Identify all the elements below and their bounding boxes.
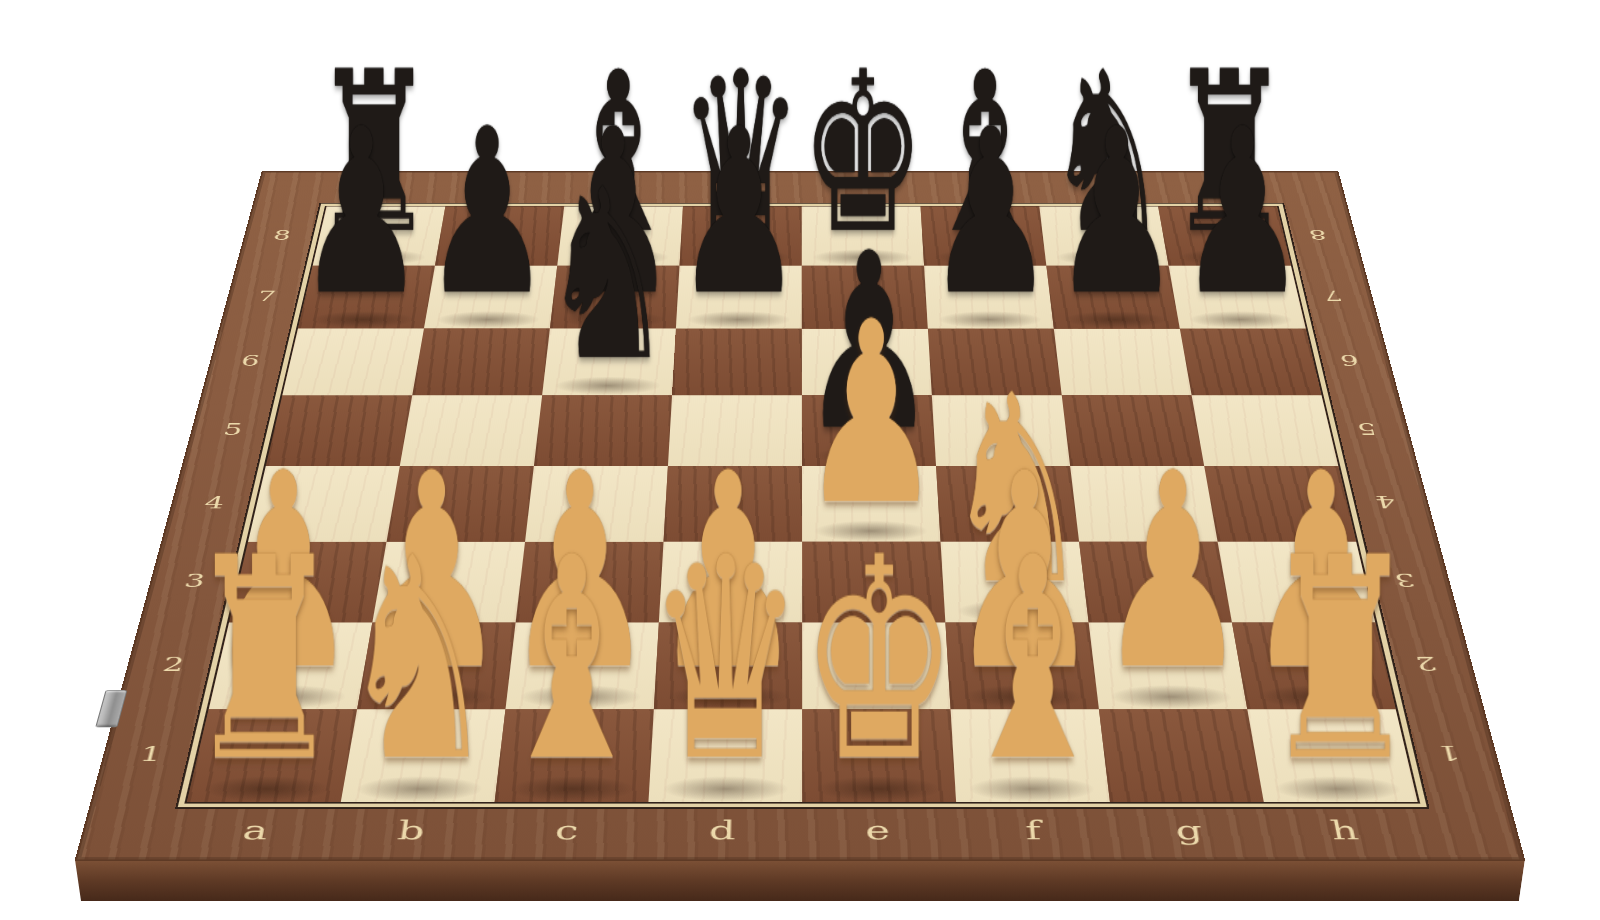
file-label-g: g [1107, 800, 1271, 859]
square-d1: ♛ [648, 709, 802, 802]
square-h6 [1180, 328, 1322, 395]
rank-label-right-7: 7 [1289, 264, 1379, 327]
square-g2: ♟ [1089, 622, 1248, 709]
piece-black-pawn-a7: ♟ [297, 98, 426, 326]
rank-label-right-8: 8 [1275, 205, 1362, 264]
piece-black-knight-c6: ♞ [541, 158, 674, 393]
square-c6: ♞ [542, 328, 676, 395]
square-a1: ♜ [187, 709, 357, 802]
board-front-edge [75, 859, 1525, 901]
piece-white-pawn-g2: ♟ [1097, 438, 1249, 707]
file-label-b: b [328, 800, 492, 859]
square-a6 [282, 328, 424, 395]
piece-white-rook-h1: ♜ [1262, 521, 1419, 800]
file-label-f: f [954, 800, 1115, 859]
square-g7: ♟ [1046, 265, 1179, 328]
piece-black-pawn-g7: ♟ [1052, 98, 1181, 326]
square-f1: ♝ [951, 709, 1110, 802]
square-f7: ♟ [924, 265, 1054, 328]
square-b1: ♞ [341, 709, 506, 802]
piece-white-knight-b1: ♞ [339, 521, 496, 800]
file-label-e: e [800, 800, 957, 859]
square-g1 [1099, 709, 1264, 802]
square-a7: ♟ [298, 265, 435, 328]
playing-area: ♜♝♛♚♝♞♜♟♟♟♟♟♟♟♞♟♟♞♟♟♟♟♟♟♟♜♞♝♛♚♝♜ [184, 205, 1420, 803]
square-e1: ♚ [802, 709, 956, 802]
rank-label-right-6: 6 [1304, 327, 1397, 394]
piece-white-queen-d1: ♛ [647, 521, 804, 800]
piece-white-rook-a1: ♜ [186, 521, 343, 800]
file-labels-bottom: abcdefgh [171, 800, 1429, 859]
square-c1: ♝ [495, 709, 654, 802]
chessboard: 87654321 87654321 abcdefgh ♜♝♛♚♝♞♜♟♟♟♟♟♟… [75, 171, 1526, 861]
square-b7: ♟ [424, 265, 557, 328]
piece-white-bishop-c1: ♝ [493, 521, 650, 800]
square-h1: ♜ [1247, 709, 1417, 802]
square-d6 [672, 328, 802, 395]
square-d7: ♟ [676, 265, 802, 328]
square-h7: ♟ [1169, 265, 1306, 328]
piece-black-pawn-f7: ♟ [926, 98, 1055, 326]
square-b6 [412, 328, 550, 395]
file-label-h: h [1261, 800, 1429, 859]
file-label-a: a [171, 800, 339, 859]
file-label-c: c [486, 800, 647, 859]
piece-white-king-e1: ♚ [800, 521, 957, 800]
file-label-d: d [643, 800, 800, 859]
piece-black-pawn-b7: ♟ [423, 98, 552, 326]
photo-scene: 87654321 87654321 abcdefgh ♜♝♛♚♝♞♜♟♟♟♟♟♟… [0, 0, 1600, 920]
piece-white-bishop-f1: ♝ [954, 521, 1111, 800]
piece-black-pawn-d7: ♟ [675, 98, 804, 326]
